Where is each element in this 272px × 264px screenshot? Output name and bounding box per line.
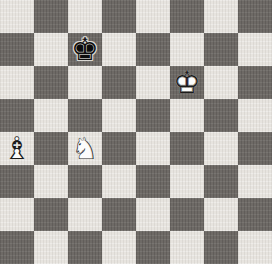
square-e1[interactable] <box>136 231 170 264</box>
white-bishop-icon: ♝ <box>0 132 34 165</box>
square-c1[interactable] <box>68 231 102 264</box>
square-b7[interactable] <box>34 33 68 66</box>
square-a8[interactable] <box>0 0 34 33</box>
square-d5[interactable] <box>102 99 136 132</box>
white-knight[interactable]: ♞♘ <box>68 132 102 165</box>
square-h3[interactable] <box>238 165 272 198</box>
square-h2[interactable] <box>238 198 272 231</box>
square-g4[interactable] <box>204 132 238 165</box>
square-f8[interactable] <box>170 0 204 33</box>
white-king[interactable]: ♚♔ <box>170 66 204 99</box>
square-e2[interactable] <box>136 198 170 231</box>
square-b2[interactable] <box>34 198 68 231</box>
white-bishop-outline-icon: ♗ <box>0 132 34 165</box>
white-knight-icon: ♞ <box>68 132 102 165</box>
square-h8[interactable] <box>238 0 272 33</box>
square-g7[interactable] <box>204 33 238 66</box>
square-a2[interactable] <box>0 198 34 231</box>
square-b8[interactable] <box>34 0 68 33</box>
square-g2[interactable] <box>204 198 238 231</box>
square-g6[interactable] <box>204 66 238 99</box>
square-a5[interactable] <box>0 99 34 132</box>
black-king[interactable]: ♚ <box>68 33 102 66</box>
square-g8[interactable] <box>204 0 238 33</box>
square-h6[interactable] <box>238 66 272 99</box>
chess-board: ♚♚♔♝♗♞♘ <box>0 0 272 264</box>
square-d2[interactable] <box>102 198 136 231</box>
square-b4[interactable] <box>34 132 68 165</box>
square-c3[interactable] <box>68 165 102 198</box>
square-a7[interactable] <box>0 33 34 66</box>
square-a1[interactable] <box>0 231 34 264</box>
square-a4[interactable]: ♝♗ <box>0 132 34 165</box>
square-e7[interactable] <box>136 33 170 66</box>
square-c2[interactable] <box>68 198 102 231</box>
square-h4[interactable] <box>238 132 272 165</box>
square-e6[interactable] <box>136 66 170 99</box>
white-knight-outline-icon: ♘ <box>68 132 102 165</box>
square-g1[interactable] <box>204 231 238 264</box>
square-d1[interactable] <box>102 231 136 264</box>
square-c4[interactable]: ♞♘ <box>68 132 102 165</box>
square-c5[interactable] <box>68 99 102 132</box>
square-f1[interactable] <box>170 231 204 264</box>
square-c8[interactable] <box>68 0 102 33</box>
square-d3[interactable] <box>102 165 136 198</box>
white-king-icon: ♚ <box>170 66 204 99</box>
square-d4[interactable] <box>102 132 136 165</box>
square-e5[interactable] <box>136 99 170 132</box>
square-b3[interactable] <box>34 165 68 198</box>
square-c7[interactable]: ♚ <box>68 33 102 66</box>
square-h5[interactable] <box>238 99 272 132</box>
square-d7[interactable] <box>102 33 136 66</box>
square-c6[interactable] <box>68 66 102 99</box>
white-bishop[interactable]: ♝♗ <box>0 132 34 165</box>
square-e3[interactable] <box>136 165 170 198</box>
square-f6[interactable]: ♚♔ <box>170 66 204 99</box>
square-g5[interactable] <box>204 99 238 132</box>
square-e4[interactable] <box>136 132 170 165</box>
square-b6[interactable] <box>34 66 68 99</box>
square-b5[interactable] <box>34 99 68 132</box>
white-king-outline-icon: ♔ <box>170 66 204 99</box>
square-f7[interactable] <box>170 33 204 66</box>
square-a6[interactable] <box>0 66 34 99</box>
square-g3[interactable] <box>204 165 238 198</box>
square-e8[interactable] <box>136 0 170 33</box>
square-a3[interactable] <box>0 165 34 198</box>
square-b1[interactable] <box>34 231 68 264</box>
square-f2[interactable] <box>170 198 204 231</box>
square-h7[interactable] <box>238 33 272 66</box>
square-f3[interactable] <box>170 165 204 198</box>
square-h1[interactable] <box>238 231 272 264</box>
black-king-icon: ♚ <box>68 33 102 66</box>
square-f4[interactable] <box>170 132 204 165</box>
square-f5[interactable] <box>170 99 204 132</box>
square-d8[interactable] <box>102 0 136 33</box>
square-d6[interactable] <box>102 66 136 99</box>
